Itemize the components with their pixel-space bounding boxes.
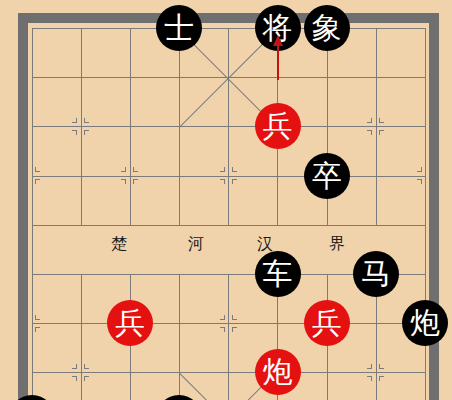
point-marker-corner bbox=[121, 167, 126, 172]
point-marker-corner bbox=[220, 315, 225, 320]
point-marker-corner bbox=[367, 376, 372, 381]
point-marker bbox=[121, 167, 138, 184]
point-marker-corner bbox=[220, 179, 225, 184]
point-marker-corner bbox=[220, 167, 225, 172]
point-marker-corner bbox=[35, 315, 40, 320]
point-marker-corner bbox=[417, 167, 422, 172]
last-move-arrow-shaft bbox=[277, 45, 279, 80]
point-marker-corner bbox=[232, 327, 237, 332]
board-cell bbox=[377, 29, 426, 78]
river-label-chu: 楚 bbox=[111, 236, 127, 252]
point-marker-corner bbox=[232, 167, 237, 172]
piece-red-cannon[interactable]: 炮 bbox=[255, 349, 301, 395]
river-label-han: 汉 bbox=[257, 236, 273, 252]
point-marker-corner bbox=[72, 364, 77, 369]
piece-black-cannon[interactable]: 炮 bbox=[402, 300, 448, 346]
point-marker-corner bbox=[72, 376, 77, 381]
point-marker-corner bbox=[367, 130, 372, 135]
point-marker-corner bbox=[379, 130, 384, 135]
point-marker bbox=[23, 315, 40, 332]
point-marker-corner bbox=[220, 327, 225, 332]
river-label-he: 河 bbox=[188, 236, 204, 252]
point-marker-corner bbox=[84, 364, 89, 369]
point-marker bbox=[220, 167, 237, 184]
point-marker-corner bbox=[121, 179, 126, 184]
point-marker-corner bbox=[379, 118, 384, 123]
board-cell bbox=[131, 78, 180, 127]
piece-black-soldier[interactable]: 卒 bbox=[304, 153, 350, 199]
piece-black-elephant[interactable]: 象 bbox=[304, 5, 350, 51]
point-marker-corner bbox=[72, 118, 77, 123]
point-marker bbox=[220, 315, 237, 332]
board-cell bbox=[33, 29, 82, 78]
point-marker-corner bbox=[35, 327, 40, 332]
piece-red-soldier[interactable]: 兵 bbox=[304, 300, 350, 346]
point-marker-corner bbox=[232, 179, 237, 184]
point-marker bbox=[417, 167, 434, 184]
point-marker-corner bbox=[84, 118, 89, 123]
board-cell bbox=[82, 29, 131, 78]
point-marker-corner bbox=[35, 167, 40, 172]
point-marker-corner bbox=[84, 376, 89, 381]
point-marker bbox=[367, 118, 384, 135]
piece-red-soldier[interactable]: 兵 bbox=[255, 103, 301, 149]
point-marker-corner bbox=[379, 364, 384, 369]
point-marker-corner bbox=[417, 179, 422, 184]
point-marker-corner bbox=[133, 167, 138, 172]
river-label-jie: 界 bbox=[329, 236, 345, 252]
piece-black-advisor[interactable]: 士 bbox=[156, 5, 202, 51]
piece-black-chariot[interactable]: 车 bbox=[255, 251, 301, 297]
last-move-arrow-head bbox=[273, 35, 283, 46]
piece-black-horse[interactable]: 马 bbox=[353, 251, 399, 297]
point-marker bbox=[367, 364, 384, 381]
point-marker-corner bbox=[379, 376, 384, 381]
point-marker bbox=[72, 118, 89, 135]
piece-red-soldier[interactable]: 兵 bbox=[107, 300, 153, 346]
point-marker-corner bbox=[367, 364, 372, 369]
point-marker-corner bbox=[133, 179, 138, 184]
point-marker-corner bbox=[72, 130, 77, 135]
point-marker-corner bbox=[84, 130, 89, 135]
point-marker-corner bbox=[367, 118, 372, 123]
point-marker-corner bbox=[232, 315, 237, 320]
point-marker-corner bbox=[35, 179, 40, 184]
point-marker bbox=[72, 364, 89, 381]
point-marker bbox=[23, 167, 40, 184]
